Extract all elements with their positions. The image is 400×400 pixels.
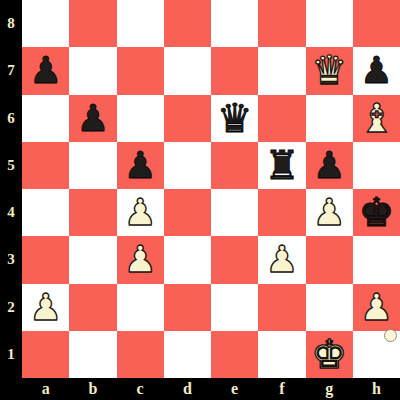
square-a3[interactable] [22,236,69,283]
square-c8[interactable] [117,0,164,47]
square-a4[interactable] [22,189,69,236]
square-e7[interactable] [211,47,258,94]
square-b1[interactable] [69,331,116,378]
square-e8[interactable] [211,0,258,47]
white-pawn-a2[interactable]: ♟ [22,284,69,331]
white-pawn-g4[interactable]: ♟ [306,189,353,236]
square-f8[interactable] [258,0,305,47]
square-d7[interactable] [164,47,211,94]
chess-board: ♟♛♟♟♛♝♟♜♟♟♟♚♟♟♟♟♚ [22,0,400,378]
file-labels: abcdefgh [22,378,400,400]
square-e5[interactable] [211,142,258,189]
rank-label-7: 7 [0,47,22,94]
rank-label-6: 6 [0,95,22,142]
square-c1[interactable] [117,331,164,378]
rank-label-8: 8 [0,0,22,47]
file-label-e: e [211,378,258,400]
square-b3[interactable] [69,236,116,283]
square-e3[interactable] [211,236,258,283]
black-pawn-a7[interactable]: ♟ [22,47,69,94]
chess-puzzle-diagram: 87654321 ♟♛♟♟♛♝♟♜♟♟♟♚♟♟♟♟♚ abcdefgh [0,0,400,400]
square-d2[interactable] [164,284,211,331]
square-e2[interactable] [211,284,258,331]
square-b5[interactable] [69,142,116,189]
white-pawn-c3[interactable]: ♟ [117,236,164,283]
square-a8[interactable] [22,0,69,47]
black-pawn-g5[interactable]: ♟ [306,142,353,189]
square-d5[interactable] [164,142,211,189]
square-a5[interactable] [22,142,69,189]
file-label-h: h [353,378,400,400]
square-b7[interactable] [69,47,116,94]
square-g6[interactable] [306,95,353,142]
file-label-b: b [69,378,116,400]
square-f2[interactable] [258,284,305,331]
black-rook-f5[interactable]: ♜ [258,142,305,189]
white-to-move-indicator [384,329,397,342]
square-h8[interactable] [353,0,400,47]
file-label-c: c [117,378,164,400]
square-g3[interactable] [306,236,353,283]
square-e1[interactable] [211,331,258,378]
rank-label-2: 2 [0,284,22,331]
square-g8[interactable] [306,0,353,47]
white-queen-g7[interactable]: ♛ [306,47,353,94]
black-king-h4[interactable]: ♚ [353,189,400,236]
square-d4[interactable] [164,189,211,236]
square-d6[interactable] [164,95,211,142]
file-label-a: a [22,378,69,400]
square-d8[interactable] [164,0,211,47]
square-h5[interactable] [353,142,400,189]
black-pawn-b6[interactable]: ♟ [69,95,116,142]
file-label-d: d [164,378,211,400]
square-a1[interactable] [22,331,69,378]
white-pawn-c4[interactable]: ♟ [117,189,164,236]
white-pawn-h2[interactable]: ♟ [353,284,400,331]
square-g2[interactable] [306,284,353,331]
square-b2[interactable] [69,284,116,331]
square-b4[interactable] [69,189,116,236]
square-f4[interactable] [258,189,305,236]
square-f1[interactable] [258,331,305,378]
rank-label-3: 3 [0,236,22,283]
square-d3[interactable] [164,236,211,283]
rank-labels: 87654321 [0,0,22,378]
square-h3[interactable] [353,236,400,283]
square-f6[interactable] [258,95,305,142]
white-bishop-h6[interactable]: ♝ [353,95,400,142]
square-a6[interactable] [22,95,69,142]
rank-label-5: 5 [0,142,22,189]
rank-label-1: 1 [0,331,22,378]
file-label-f: f [258,378,305,400]
white-king-g1[interactable]: ♚ [306,331,353,378]
square-c6[interactable] [117,95,164,142]
square-e4[interactable] [211,189,258,236]
file-label-g: g [306,378,353,400]
square-f7[interactable] [258,47,305,94]
square-c7[interactable] [117,47,164,94]
square-d1[interactable] [164,331,211,378]
black-pawn-c5[interactable]: ♟ [117,142,164,189]
rank-label-4: 4 [0,189,22,236]
square-b8[interactable] [69,0,116,47]
white-pawn-f3[interactable]: ♟ [258,236,305,283]
square-c2[interactable] [117,284,164,331]
black-queen-e6[interactable]: ♛ [211,95,258,142]
black-pawn-h7[interactable]: ♟ [353,47,400,94]
